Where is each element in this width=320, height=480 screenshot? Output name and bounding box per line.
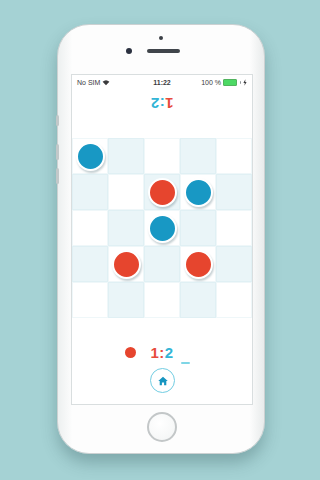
volume-up-button[interactable] <box>56 144 59 160</box>
board <box>72 138 252 318</box>
cell-r1c3[interactable] <box>144 138 180 174</box>
front-camera <box>126 48 132 54</box>
cell-r1c1[interactable] <box>72 138 108 174</box>
cell-r5c5[interactable] <box>216 282 252 318</box>
cell-r5c3[interactable] <box>144 282 180 318</box>
opponent-score-blue: 2 <box>150 95 159 112</box>
player-score-row: 1:2 <box>72 344 252 361</box>
physical-home-button[interactable] <box>147 412 177 442</box>
status-bar: No SIM 11:22 100 % <box>72 75 252 90</box>
red-turn-indicator-dot <box>125 347 136 358</box>
cell-r2c3[interactable] <box>144 174 180 210</box>
cell-r5c2[interactable] <box>108 282 144 318</box>
opponent-score: 1:2 <box>72 95 252 112</box>
red-piece[interactable] <box>112 250 141 279</box>
cell-r3c2[interactable] <box>108 210 144 246</box>
volume-down-button[interactable] <box>56 168 59 184</box>
cell-r4c5[interactable] <box>216 246 252 282</box>
cell-r3c4[interactable] <box>180 210 216 246</box>
cell-r3c5[interactable] <box>216 210 252 246</box>
cell-r3c3[interactable] <box>144 210 180 246</box>
blue-piece[interactable] <box>184 178 213 207</box>
phone-frame: No SIM 11:22 100 % 1:2 <box>57 24 265 454</box>
app-screen: No SIM 11:22 100 % 1:2 <box>72 75 252 404</box>
cell-r3c1[interactable] <box>72 210 108 246</box>
player-score: 1:2 <box>72 344 252 361</box>
clock-label: 11:22 <box>72 79 252 86</box>
cell-r2c2[interactable] <box>108 174 144 210</box>
blue-piece[interactable] <box>76 142 105 171</box>
red-piece[interactable] <box>184 250 213 279</box>
cell-r5c1[interactable] <box>72 282 108 318</box>
home-menu-button[interactable] <box>150 368 175 393</box>
proximity-sensor-dot <box>159 36 163 40</box>
cell-r1c5[interactable] <box>216 138 252 174</box>
cell-r4c1[interactable] <box>72 246 108 282</box>
blue-piece[interactable] <box>148 214 177 243</box>
player-score-red: 1 <box>150 344 159 361</box>
mute-switch[interactable] <box>56 115 59 126</box>
cell-r4c2[interactable] <box>108 246 144 282</box>
player-score-blue: 2 <box>165 344 174 361</box>
cell-r1c4[interactable] <box>180 138 216 174</box>
opponent-score-colon: : <box>159 95 165 112</box>
cell-r2c5[interactable] <box>216 174 252 210</box>
earpiece-speaker <box>147 49 180 53</box>
opponent-score-red: 1 <box>165 95 174 112</box>
turn-underline-dash <box>181 362 190 364</box>
home-house-icon <box>157 375 169 387</box>
red-piece[interactable] <box>148 178 177 207</box>
cell-r1c2[interactable] <box>108 138 144 174</box>
cell-r4c4[interactable] <box>180 246 216 282</box>
cell-r2c4[interactable] <box>180 174 216 210</box>
wallpaper-background: { "game": "red-vs-blue dots strategy boa… <box>0 0 320 480</box>
cell-r4c3[interactable] <box>144 246 180 282</box>
cell-r2c1[interactable] <box>72 174 108 210</box>
cell-r5c4[interactable] <box>180 282 216 318</box>
